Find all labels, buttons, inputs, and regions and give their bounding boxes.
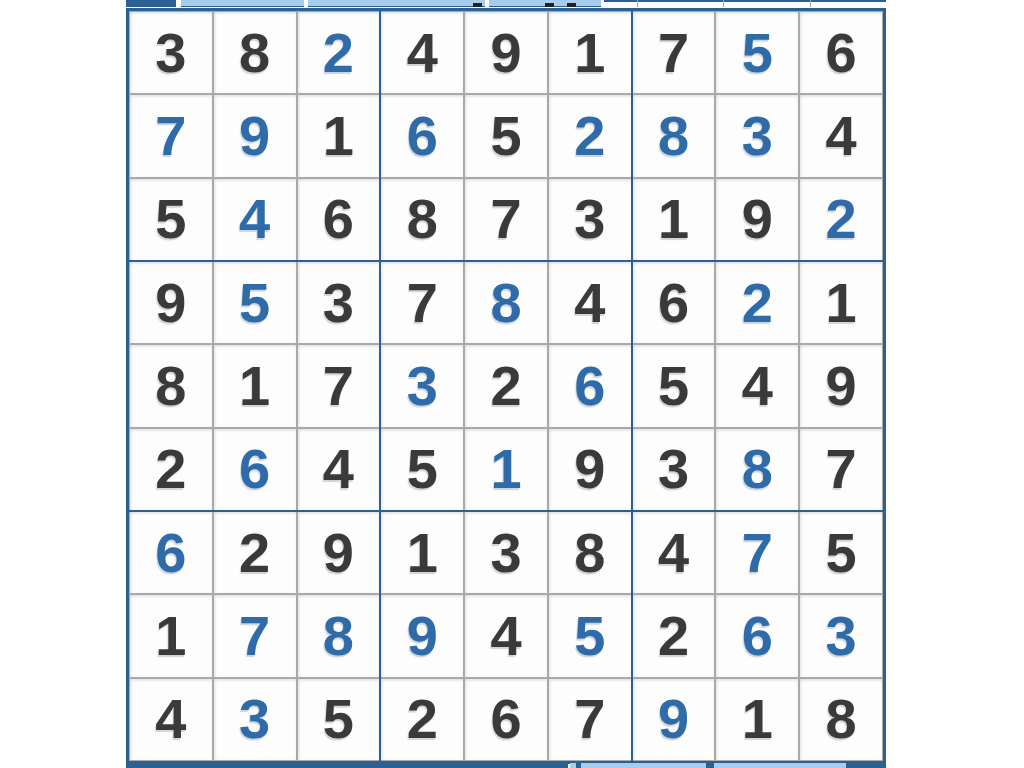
sudoku-cell-r6c2[interactable]: 6 [214,429,296,510]
sudoku-cell-r4c1[interactable]: 9 [130,262,212,343]
sudoku-cell-r7c5[interactable]: 3 [465,512,547,593]
sudoku-cell-r3c8[interactable]: 9 [716,179,798,260]
sudoku-cell-r6c7[interactable]: 3 [633,429,715,510]
sudoku-grid: 3824917567916528345468731929537846218173… [129,11,883,761]
sudoku-cell-r4c3[interactable]: 3 [298,262,380,343]
sudoku-cell-r1c3[interactable]: 2 [298,12,380,93]
sudoku-cell-r9c9[interactable]: 8 [800,679,882,760]
fragment-digit-bottom [567,3,576,7]
fragment-digit-bottom [545,3,554,7]
sudoku-cell-r2c1[interactable]: 7 [130,95,212,176]
sudoku-cell-r7c6[interactable]: 8 [549,512,631,593]
fragment-highlight-cell [308,0,485,7]
sudoku-cell-r2c7[interactable]: 8 [633,95,715,176]
fragment-cell-separator [723,0,724,7]
sudoku-cell-r6c9[interactable]: 7 [800,429,882,510]
sudoku-cell-r8c6[interactable]: 5 [549,595,631,676]
sudoku-cell-r8c5[interactable]: 4 [465,595,547,676]
sudoku-cell-r4c4[interactable]: 7 [381,262,463,343]
sudoku-cell-r2c9[interactable]: 4 [800,95,882,176]
sudoku-cell-r9c8[interactable]: 1 [716,679,798,760]
sudoku-cell-r6c6[interactable]: 9 [549,429,631,510]
sudoku-cell-r3c2[interactable]: 4 [214,179,296,260]
sudoku-cell-r5c4[interactable]: 3 [381,345,463,426]
sudoku-cell-r7c2[interactable]: 2 [214,512,296,593]
fragment-cell-separator [637,0,638,7]
sudoku-cell-r8c2[interactable]: 7 [214,595,296,676]
fragment-cell-separator [810,0,811,7]
sudoku-cell-r4c2[interactable]: 5 [214,262,296,343]
sudoku-cell-r2c4[interactable]: 6 [381,95,463,176]
sudoku-cell-r2c5[interactable]: 5 [465,95,547,176]
sudoku-cell-r8c4[interactable]: 9 [381,595,463,676]
sudoku-cell-r9c1[interactable]: 4 [130,679,212,760]
sudoku-cell-r4c6[interactable]: 4 [549,262,631,343]
sudoku-cell-r9c3[interactable]: 5 [298,679,380,760]
sudoku-cell-r4c9[interactable]: 1 [800,262,882,343]
sudoku-cell-r2c2[interactable]: 9 [214,95,296,176]
sudoku-cell-r8c7[interactable]: 2 [633,595,715,676]
sudoku-cell-r3c1[interactable]: 5 [130,179,212,260]
sudoku-cell-r6c8[interactable]: 8 [716,429,798,510]
sudoku-cell-r1c9[interactable]: 6 [800,12,882,93]
sudoku-cell-r1c2[interactable]: 8 [214,12,296,93]
sudoku-cell-r3c6[interactable]: 3 [549,179,631,260]
sudoku-cell-r3c3[interactable]: 6 [298,179,380,260]
sudoku-cell-r7c7[interactable]: 4 [633,512,715,593]
fragment-block-border [846,763,886,768]
sudoku-cell-r7c3[interactable]: 9 [298,512,380,593]
fragment-block-border [604,0,886,2]
sudoku-cell-r5c5[interactable]: 2 [465,345,547,426]
sudoku-cell-r6c4[interactable]: 5 [381,429,463,510]
sudoku-board: 3824917567916528345468731929537846218173… [126,8,886,764]
sudoku-cell-r2c3[interactable]: 1 [298,95,380,176]
sudoku-cell-r1c5[interactable]: 9 [465,12,547,93]
sudoku-cell-r4c7[interactable]: 6 [633,262,715,343]
sudoku-cell-r6c3[interactable]: 4 [298,429,380,510]
sudoku-cell-r5c8[interactable]: 4 [716,345,798,426]
sudoku-cell-r1c8[interactable]: 5 [716,12,798,93]
fragment-cell-separator [706,763,714,768]
sudoku-cell-r8c3[interactable]: 8 [298,595,380,676]
sudoku-cell-r3c7[interactable]: 1 [633,179,715,260]
sudoku-cell-r9c7[interactable]: 9 [633,679,715,760]
sudoku-cell-r3c5[interactable]: 7 [465,179,547,260]
sudoku-cell-r5c6[interactable]: 6 [549,345,631,426]
sudoku-cell-r2c8[interactable]: 3 [716,95,798,176]
sudoku-cell-r9c5[interactable]: 6 [465,679,547,760]
sudoku-cell-r5c7[interactable]: 5 [633,345,715,426]
sudoku-cell-r8c8[interactable]: 6 [716,595,798,676]
sudoku-cell-r7c9[interactable]: 5 [800,512,882,593]
fragment-block-border [126,0,176,7]
sudoku-cell-r4c5[interactable]: 8 [465,262,547,343]
fragment-cell-separator [576,763,581,768]
sudoku-cell-r2c6[interactable]: 2 [549,95,631,176]
sudoku-cell-r6c1[interactable]: 2 [130,429,212,510]
sudoku-cell-r4c8[interactable]: 2 [716,262,798,343]
sudoku-cell-r1c7[interactable]: 7 [633,12,715,93]
sudoku-cell-r5c9[interactable]: 9 [800,345,882,426]
sudoku-cell-r7c8[interactable]: 7 [716,512,798,593]
sudoku-cell-r6c5[interactable]: 1 [465,429,547,510]
sudoku-cell-r5c3[interactable]: 7 [298,345,380,426]
cutoff-row-below [0,763,1024,768]
sudoku-cell-r7c4[interactable]: 1 [381,512,463,593]
page: 3824917567916528345468731929537846218173… [0,0,1024,768]
sudoku-cell-r9c4[interactable]: 2 [381,679,463,760]
sudoku-cell-r7c1[interactable]: 6 [130,512,212,593]
sudoku-cell-r9c6[interactable]: 7 [549,679,631,760]
sudoku-cell-r3c9[interactable]: 2 [800,179,882,260]
cutoff-row-above [0,0,1024,7]
sudoku-cell-r8c1[interactable]: 1 [130,595,212,676]
sudoku-cell-r1c1[interactable]: 3 [130,12,212,93]
fragment-highlight-cell [181,0,304,7]
fragment-digit-bottom [473,3,482,7]
sudoku-cell-r1c4[interactable]: 4 [381,12,463,93]
sudoku-cell-r5c2[interactable]: 1 [214,345,296,426]
sudoku-cell-r1c6[interactable]: 1 [549,12,631,93]
sudoku-cell-r9c2[interactable]: 3 [214,679,296,760]
sudoku-cell-r3c4[interactable]: 8 [381,179,463,260]
sudoku-cell-r5c1[interactable]: 8 [130,345,212,426]
sudoku-cell-r8c9[interactable]: 3 [800,595,882,676]
fragment-block-border [126,763,568,768]
